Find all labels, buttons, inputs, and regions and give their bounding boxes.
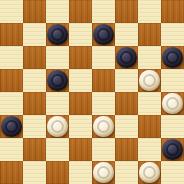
black-man-h2[interactable] (162, 139, 183, 160)
white-man-g1[interactable] (139, 162, 160, 183)
square-f2[interactable] (115, 138, 138, 161)
square-d8[interactable] (69, 0, 92, 23)
square-c4 (46, 92, 69, 115)
black-man-c7[interactable] (47, 24, 68, 45)
square-h2[interactable] (161, 138, 184, 161)
square-a4 (0, 92, 23, 115)
white-man-g5[interactable] (139, 70, 160, 91)
square-b5 (23, 69, 46, 92)
square-d2[interactable] (69, 138, 92, 161)
square-d7 (69, 23, 92, 46)
square-f3 (115, 115, 138, 138)
square-f5 (115, 69, 138, 92)
white-man-e3[interactable] (93, 116, 114, 137)
square-c8 (46, 0, 69, 23)
square-g8 (138, 0, 161, 23)
checkers-board (0, 0, 184, 184)
square-f4[interactable] (115, 92, 138, 115)
square-a6 (0, 46, 23, 69)
square-f7 (115, 23, 138, 46)
square-f6[interactable] (115, 46, 138, 69)
square-g3[interactable] (138, 115, 161, 138)
square-g6 (138, 46, 161, 69)
white-man-h4[interactable] (162, 93, 183, 114)
square-d6[interactable] (69, 46, 92, 69)
square-e5[interactable] (92, 69, 115, 92)
square-a8 (0, 0, 23, 23)
square-e2 (92, 138, 115, 161)
square-c3[interactable] (46, 115, 69, 138)
square-d4[interactable] (69, 92, 92, 115)
square-e4 (92, 92, 115, 115)
square-a5[interactable] (0, 69, 23, 92)
square-e7[interactable] (92, 23, 115, 46)
square-c6 (46, 46, 69, 69)
square-d3 (69, 115, 92, 138)
square-a7[interactable] (0, 23, 23, 46)
square-c1[interactable] (46, 161, 69, 184)
square-h5 (161, 69, 184, 92)
square-a3[interactable] (0, 115, 23, 138)
square-g4 (138, 92, 161, 115)
square-a1[interactable] (0, 161, 23, 184)
square-g2 (138, 138, 161, 161)
black-man-h6[interactable] (162, 47, 183, 68)
square-h8[interactable] (161, 0, 184, 23)
square-c7[interactable] (46, 23, 69, 46)
square-g1[interactable] (138, 161, 161, 184)
square-g5[interactable] (138, 69, 161, 92)
square-f8[interactable] (115, 0, 138, 23)
square-b7 (23, 23, 46, 46)
square-c5[interactable] (46, 69, 69, 92)
square-h3 (161, 115, 184, 138)
square-d1 (69, 161, 92, 184)
square-e3[interactable] (92, 115, 115, 138)
square-h6[interactable] (161, 46, 184, 69)
black-man-e7[interactable] (93, 24, 114, 45)
square-b3 (23, 115, 46, 138)
square-b1 (23, 161, 46, 184)
square-h1 (161, 161, 184, 184)
checkers-board-screenshot (0, 0, 184, 184)
white-man-e1[interactable] (93, 162, 114, 183)
black-man-c5[interactable] (47, 70, 68, 91)
square-e1[interactable] (92, 161, 115, 184)
square-b2[interactable] (23, 138, 46, 161)
square-b8[interactable] (23, 0, 46, 23)
square-h4[interactable] (161, 92, 184, 115)
square-c2 (46, 138, 69, 161)
square-e6 (92, 46, 115, 69)
square-g7[interactable] (138, 23, 161, 46)
square-h7 (161, 23, 184, 46)
square-b4[interactable] (23, 92, 46, 115)
square-a2 (0, 138, 23, 161)
black-man-a3[interactable] (1, 116, 22, 137)
white-man-c3[interactable] (47, 116, 68, 137)
square-b6[interactable] (23, 46, 46, 69)
square-d5 (69, 69, 92, 92)
black-man-f6[interactable] (116, 47, 137, 68)
square-e8 (92, 0, 115, 23)
square-f1 (115, 161, 138, 184)
